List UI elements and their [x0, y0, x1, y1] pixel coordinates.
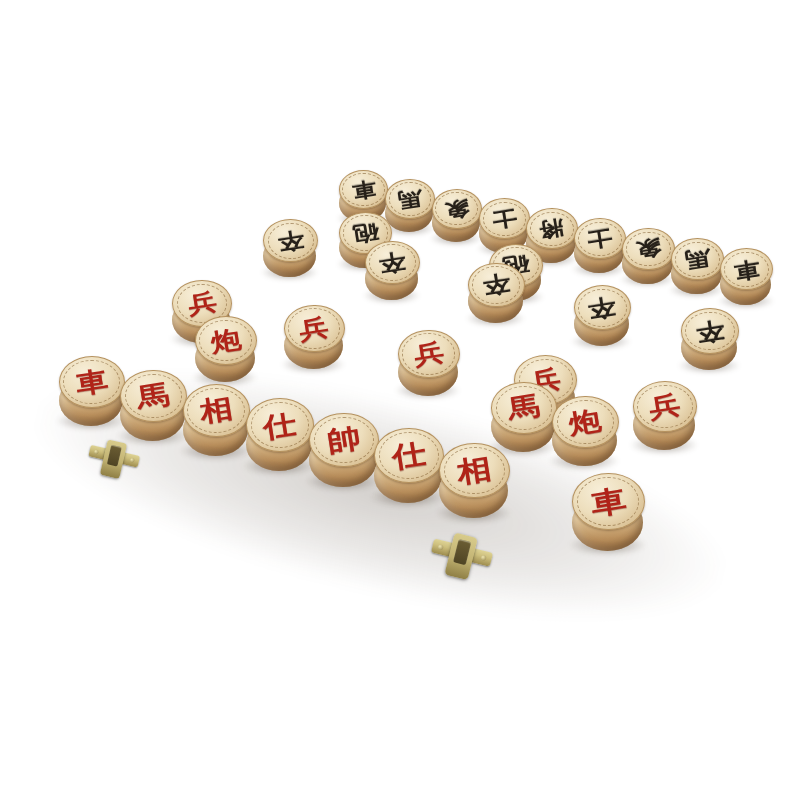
piece-red-elephant[interactable]: 相 [439, 443, 508, 520]
piece-red-chariot[interactable]: 車 [572, 473, 642, 552]
piece-black-soldier[interactable]: 卒 [468, 263, 522, 324]
piece-character: 馬 [683, 247, 711, 272]
piece-character: 兵 [412, 340, 445, 369]
piece-character: 馬 [506, 393, 541, 424]
piece-character: 兵 [298, 314, 331, 342]
piece-top-face: 炮 [195, 316, 257, 365]
piece-character: 士 [490, 207, 517, 231]
piece-character: 炮 [567, 406, 603, 437]
piece-top-face: 象 [432, 189, 483, 229]
piece-top-face: 相 [183, 384, 251, 437]
piece-character: 卒 [481, 272, 511, 298]
piece-character: 仕 [261, 409, 298, 441]
piece-top-face: 卒 [574, 285, 631, 330]
piece-character: 馬 [397, 187, 424, 210]
piece-top-face: 馬 [120, 370, 187, 423]
piece-character: 仕 [390, 439, 428, 472]
piece-character: 車 [74, 366, 110, 397]
piece-red-elephant[interactable]: 相 [183, 384, 249, 457]
piece-black-advisor[interactable]: 士 [574, 218, 624, 274]
piece-character: 兵 [648, 392, 683, 422]
piece-red-advisor[interactable]: 仕 [374, 428, 442, 504]
piece-top-face: 仕 [246, 398, 314, 452]
xiangqi-set-photo: 楚 河 漢 界 車馬象士將砲士卒象馬卒砲車卒兵卒兵卒炮兵兵車馬兵馬相炮仕帥仕相車 [0, 0, 800, 800]
piece-black-soldier[interactable]: 卒 [263, 219, 315, 278]
piece-top-face: 炮 [552, 396, 618, 448]
piece-red-soldier[interactable]: 兵 [633, 381, 696, 451]
piece-character: 帥 [325, 424, 362, 456]
piece-red-advisor[interactable]: 仕 [246, 398, 312, 472]
piece-black-soldier[interactable]: 卒 [365, 241, 418, 301]
piece-character: 卒 [587, 294, 618, 321]
piece-character: 相 [198, 395, 235, 427]
piece-top-face: 帥 [309, 413, 378, 467]
piece-black-elephant[interactable]: 象 [432, 189, 481, 244]
piece-black-elephant[interactable]: 象 [622, 228, 672, 284]
piece-top-face: 卒 [263, 219, 317, 262]
piece-top-face: 仕 [374, 428, 444, 483]
piece-character: 將 [538, 217, 566, 241]
piece-black-soldier[interactable]: 卒 [681, 308, 737, 371]
piece-top-face: 馬 [385, 179, 435, 219]
piece-character: 馬 [136, 380, 172, 411]
piece-red-chariot[interactable]: 車 [59, 356, 123, 428]
piece-top-face: 卒 [681, 308, 739, 354]
piece-red-soldier[interactable]: 兵 [284, 305, 343, 371]
piece-character: 車 [732, 257, 761, 282]
piece-red-cannon[interactable]: 炮 [552, 396, 616, 468]
piece-character: 車 [589, 485, 628, 519]
piece-top-face: 車 [339, 170, 389, 209]
piece-black-chariot[interactable]: 車 [720, 248, 771, 305]
piece-top-face: 兵 [633, 381, 698, 432]
piece-top-face: 相 [439, 443, 510, 499]
piece-top-face: 象 [622, 228, 674, 269]
piece-red-general[interactable]: 帥 [309, 413, 376, 488]
piece-character: 卒 [378, 250, 408, 276]
piece-top-face: 車 [59, 356, 125, 408]
piece-red-soldier[interactable]: 兵 [398, 330, 458, 397]
piece-top-face: 兵 [284, 305, 345, 353]
piece-top-face: 士 [479, 198, 530, 238]
piece-black-soldier[interactable]: 卒 [574, 285, 629, 347]
piece-character: 炮 [209, 326, 243, 355]
piece-top-face: 卒 [468, 263, 524, 307]
piece-character: 象 [443, 197, 470, 221]
piece-red-horse[interactable]: 馬 [120, 370, 185, 443]
piece-character: 卒 [276, 228, 305, 253]
piece-character: 象 [634, 237, 662, 261]
piece-top-face: 馬 [491, 382, 557, 434]
piece-top-face: 馬 [671, 238, 724, 280]
piece-black-horse[interactable]: 馬 [385, 179, 433, 233]
piece-top-face: 車 [572, 473, 644, 530]
piece-top-face: 兵 [398, 330, 460, 379]
piece-character: 士 [586, 227, 614, 251]
pieces-layer: 車馬象士將砲士卒象馬卒砲車卒兵卒兵卒炮兵兵車馬兵馬相炮仕帥仕相車 [0, 0, 800, 800]
piece-top-face: 士 [574, 218, 626, 259]
piece-character: 卒 [694, 317, 725, 344]
piece-red-cannon[interactable]: 炮 [195, 316, 255, 383]
piece-character: 車 [350, 178, 377, 201]
piece-character: 兵 [186, 290, 218, 318]
piece-character: 相 [455, 454, 493, 487]
piece-black-horse[interactable]: 馬 [671, 238, 722, 295]
